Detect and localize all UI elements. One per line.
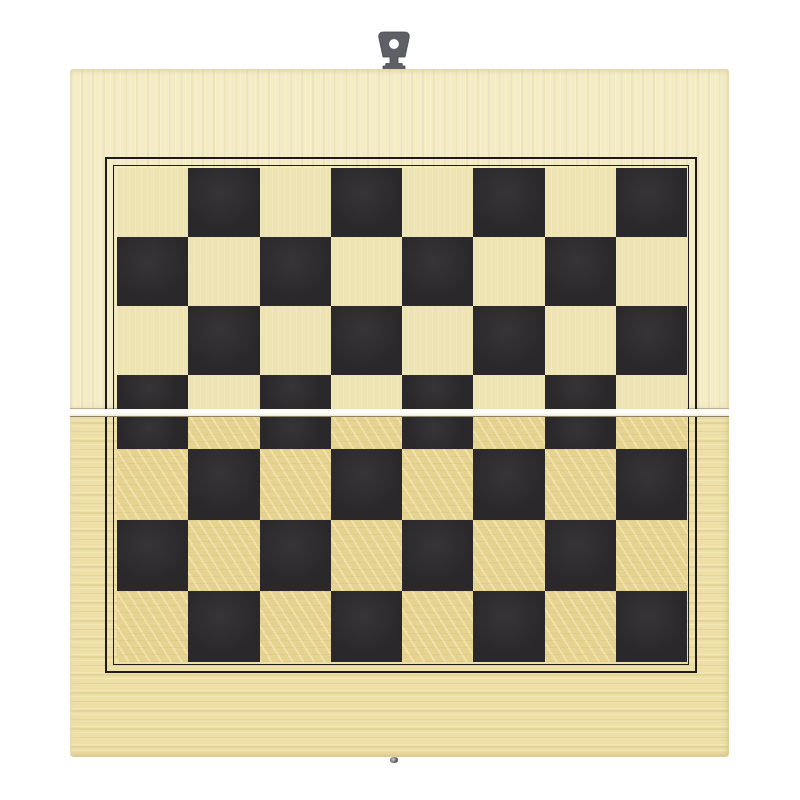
board-square [331, 449, 402, 520]
chessboard-top-half [117, 168, 687, 409]
board-square [473, 237, 544, 306]
board-square [545, 591, 616, 662]
board-square [473, 306, 544, 375]
box-top-panel [70, 69, 729, 409]
board-square [402, 375, 473, 409]
board-square [117, 375, 188, 409]
board-square [260, 237, 331, 306]
board-square [331, 168, 402, 237]
board-square [473, 417, 544, 449]
board-square [545, 237, 616, 306]
board-square [402, 520, 473, 591]
board-square [188, 449, 259, 520]
board-square [188, 237, 259, 306]
photo-background [0, 0, 800, 800]
board-square [188, 306, 259, 375]
board-square [188, 168, 259, 237]
board-square [117, 237, 188, 306]
board-square [402, 591, 473, 662]
board-square [188, 520, 259, 591]
board-square [473, 520, 544, 591]
board-square [473, 375, 544, 409]
board-square [331, 237, 402, 306]
board-square [188, 375, 259, 409]
board-square [545, 449, 616, 520]
board-square [260, 375, 331, 409]
board-square [331, 520, 402, 591]
board-square [331, 375, 402, 409]
board-square [402, 237, 473, 306]
box-clasp-icon [374, 31, 414, 71]
board-square [117, 417, 188, 449]
board-square [331, 417, 402, 449]
board-square [331, 591, 402, 662]
board-square [545, 417, 616, 449]
board-square [545, 306, 616, 375]
board-square [260, 591, 331, 662]
board-square [260, 306, 331, 375]
board-square [260, 417, 331, 449]
board-square [260, 520, 331, 591]
board-square [117, 168, 188, 237]
board-square [545, 168, 616, 237]
board-square [117, 449, 188, 520]
board-square [473, 591, 544, 662]
board-square [402, 449, 473, 520]
board-square [616, 449, 687, 520]
board-square [616, 168, 687, 237]
board-square [473, 449, 544, 520]
chessboard-bottom-half [117, 417, 687, 662]
clasp-catch-icon [390, 757, 398, 763]
board-square [545, 375, 616, 409]
board-square [616, 520, 687, 591]
board-square [402, 417, 473, 449]
board-square [331, 306, 402, 375]
board-square [260, 449, 331, 520]
board-square [188, 417, 259, 449]
board-square [616, 306, 687, 375]
board-square [545, 520, 616, 591]
board-square [616, 237, 687, 306]
board-square [117, 591, 188, 662]
board-square [402, 168, 473, 237]
box-bottom-panel [70, 416, 729, 757]
board-square [260, 168, 331, 237]
board-square [402, 306, 473, 375]
hinge-seam [70, 409, 729, 416]
board-square [616, 417, 687, 449]
board-square [616, 375, 687, 409]
board-square [616, 591, 687, 662]
board-square [188, 591, 259, 662]
board-square [117, 306, 188, 375]
board-square [473, 168, 544, 237]
board-square [117, 520, 188, 591]
